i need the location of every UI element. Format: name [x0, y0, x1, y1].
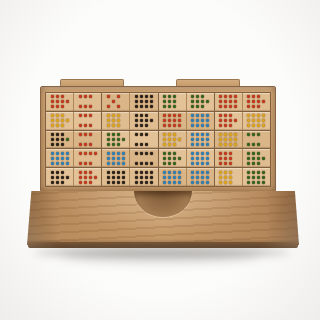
pip [257, 114, 260, 117]
pip [173, 138, 176, 141]
pip [140, 162, 143, 165]
domino-tile [215, 112, 270, 130]
pip [122, 171, 125, 174]
pip [173, 171, 176, 174]
pip [84, 181, 87, 184]
pip [229, 176, 232, 179]
pip [150, 95, 153, 98]
pip-grid [219, 133, 237, 146]
pip [66, 176, 69, 179]
pip [234, 119, 237, 122]
domino-tile [159, 112, 214, 130]
pip-empty [234, 162, 237, 165]
pip [140, 143, 143, 146]
pip [196, 143, 199, 146]
pip [168, 105, 171, 108]
pip [135, 100, 138, 103]
domino-tile [215, 168, 270, 186]
pip [178, 171, 181, 174]
pip [224, 114, 227, 117]
pip-empty [84, 157, 87, 160]
domino-half-right [186, 93, 214, 111]
pip [163, 124, 166, 127]
domino-half-right [242, 112, 270, 130]
pip [122, 138, 125, 141]
pip [201, 162, 204, 165]
pip [112, 152, 115, 155]
pip [56, 114, 59, 117]
pip [229, 119, 232, 122]
pip-empty [122, 124, 125, 127]
pip [262, 176, 265, 179]
pip-grid [51, 133, 69, 146]
pip [145, 114, 148, 117]
pip [135, 124, 138, 127]
pip [206, 162, 209, 165]
pip [56, 105, 59, 108]
pip-grid [51, 114, 69, 127]
pip [168, 157, 171, 160]
pip [219, 171, 222, 174]
pip [56, 124, 59, 127]
pip [84, 171, 87, 174]
domino-half-left [46, 131, 73, 149]
pip [168, 143, 171, 146]
pip [84, 143, 87, 146]
pip [168, 100, 171, 103]
pip [257, 95, 260, 98]
domino-tile [159, 131, 214, 149]
pip-empty [140, 138, 143, 141]
pip [196, 95, 199, 98]
domino-half-left [46, 168, 73, 186]
pip [112, 181, 115, 184]
pip-empty [122, 119, 125, 122]
pip [135, 181, 138, 184]
pip-empty [94, 138, 97, 141]
product-photo-scene [0, 0, 320, 320]
pip [140, 119, 143, 122]
pip [224, 124, 227, 127]
pip [173, 152, 176, 155]
pip [163, 181, 166, 184]
pip-empty [262, 95, 265, 98]
pip [107, 176, 110, 179]
pip [247, 176, 250, 179]
pip [201, 105, 204, 108]
domino-half-left [159, 93, 186, 111]
pip [224, 152, 227, 155]
pip [247, 133, 250, 136]
domino-half-right [129, 93, 157, 111]
pip-empty [79, 138, 82, 141]
pip [112, 100, 115, 103]
pip [51, 143, 54, 146]
pip-empty [150, 143, 153, 146]
domino-grid [45, 92, 271, 187]
pip [191, 105, 194, 108]
pip [51, 114, 54, 117]
pip [229, 100, 232, 103]
pip [140, 152, 143, 155]
pip [79, 114, 82, 117]
pip [257, 124, 260, 127]
pip-empty [94, 181, 97, 184]
pip [61, 124, 64, 127]
domino-half-right [186, 168, 214, 186]
pip [191, 162, 194, 165]
pip [252, 171, 255, 174]
domino-half-left [159, 112, 186, 130]
pip [145, 105, 148, 108]
domino-half-right [129, 149, 157, 167]
pip-empty [66, 181, 69, 184]
pip-empty [145, 157, 148, 160]
pip [61, 152, 64, 155]
domino-tile [215, 93, 270, 111]
pip [145, 100, 148, 103]
pip-grid [163, 171, 181, 184]
pip [191, 138, 194, 141]
pip [219, 114, 222, 117]
pip [229, 152, 232, 155]
pip [51, 181, 54, 184]
pip-empty [94, 157, 97, 160]
pip [56, 138, 59, 141]
pip [201, 114, 204, 117]
pip [61, 171, 64, 174]
pip-grid [51, 171, 69, 184]
pip [145, 171, 148, 174]
domino-half-right [186, 112, 214, 130]
pip-empty [79, 100, 82, 103]
pip [201, 138, 204, 141]
pip [56, 133, 59, 136]
pip [224, 143, 227, 146]
pip [252, 95, 255, 98]
pip [117, 95, 120, 98]
pip [168, 181, 171, 184]
pip [173, 157, 176, 160]
pip-empty [122, 105, 125, 108]
pip [196, 176, 199, 179]
pip-empty [122, 133, 125, 136]
pip [229, 171, 232, 174]
pip [66, 162, 69, 165]
pip [163, 157, 166, 160]
pip [56, 181, 59, 184]
pip [234, 143, 237, 146]
pip [135, 119, 138, 122]
pip-empty [135, 157, 138, 160]
pip [257, 171, 260, 174]
pip [201, 100, 204, 103]
pip [79, 133, 82, 136]
pip-empty [206, 95, 209, 98]
pip [145, 181, 148, 184]
pip [112, 157, 115, 160]
pip [252, 124, 255, 127]
pip-empty [94, 133, 97, 136]
pip [117, 181, 120, 184]
pip [262, 119, 265, 122]
pip [201, 119, 204, 122]
pip-grid [247, 133, 265, 146]
pip [196, 124, 199, 127]
pip [234, 133, 237, 136]
pip [79, 162, 82, 165]
pip [89, 176, 92, 179]
pip [173, 162, 176, 165]
domino-tile [46, 168, 101, 186]
pip [89, 162, 92, 165]
pip [173, 124, 176, 127]
pip [257, 157, 260, 160]
pip [61, 105, 64, 108]
pip [150, 171, 153, 174]
pip [117, 157, 120, 160]
pip [173, 143, 176, 146]
pip [173, 105, 176, 108]
pip [229, 143, 232, 146]
pip-empty [140, 157, 143, 160]
pip [191, 124, 194, 127]
domino-tile [46, 149, 101, 167]
pip [168, 133, 171, 136]
pip-empty [66, 143, 69, 146]
pip [145, 152, 148, 155]
pip-empty [66, 124, 69, 127]
pip [262, 100, 265, 103]
domino-half-left [102, 93, 129, 111]
pip-empty [262, 133, 265, 136]
domino-tile [102, 168, 157, 186]
pip-empty [262, 105, 265, 108]
pip [140, 105, 143, 108]
pip-empty [262, 138, 265, 141]
pip [135, 143, 138, 146]
pip [234, 95, 237, 98]
pip [173, 100, 176, 103]
pip [229, 138, 232, 141]
pip-empty [89, 157, 92, 160]
pip [257, 181, 260, 184]
pip [56, 162, 59, 165]
domino-half-right [186, 149, 214, 167]
pip [56, 152, 59, 155]
pip [107, 152, 110, 155]
pip-empty [94, 171, 97, 174]
pip [79, 105, 82, 108]
pip-grid [135, 133, 153, 146]
pip-grid [247, 152, 265, 165]
pip [206, 152, 209, 155]
pip [163, 143, 166, 146]
pip [219, 100, 222, 103]
pip [89, 152, 92, 155]
domino-half-left [159, 131, 186, 149]
pip-empty [234, 176, 237, 179]
domino-tile [102, 149, 157, 167]
pip [191, 157, 194, 160]
pip-grid [247, 114, 265, 127]
pip-empty [247, 138, 250, 141]
pip-grid [107, 95, 125, 108]
pip [201, 133, 204, 136]
pip [196, 157, 199, 160]
pip [51, 133, 54, 136]
pip [178, 138, 181, 141]
pip [168, 119, 171, 122]
pip [224, 171, 227, 174]
pip-empty [122, 100, 125, 103]
pip-grid [191, 133, 209, 146]
pip [94, 176, 97, 179]
pip [247, 100, 250, 103]
pip [163, 162, 166, 165]
pip [112, 143, 115, 146]
pip [191, 143, 194, 146]
pip [173, 95, 176, 98]
pip [206, 119, 209, 122]
pip-empty [122, 143, 125, 146]
pip [219, 105, 222, 108]
pip [150, 105, 153, 108]
pip [66, 100, 69, 103]
pip [247, 152, 250, 155]
domino-half-right [242, 93, 270, 111]
pip [257, 133, 260, 136]
pip [140, 114, 143, 117]
pip [51, 171, 54, 174]
domino-tile [102, 112, 157, 130]
pip [191, 176, 194, 179]
pip [229, 157, 232, 160]
domino-half-right [129, 168, 157, 186]
pip [168, 138, 171, 141]
pip [224, 162, 227, 165]
pip [252, 181, 255, 184]
pip [79, 171, 82, 174]
pip [219, 138, 222, 141]
pip [163, 171, 166, 174]
pip-grid [219, 114, 237, 127]
pip [178, 114, 181, 117]
pip [112, 176, 115, 179]
pip [117, 143, 120, 146]
pip [61, 119, 64, 122]
pip [173, 181, 176, 184]
pip [150, 152, 153, 155]
pip [219, 157, 222, 160]
pip [150, 162, 153, 165]
pip [51, 138, 54, 141]
pip [201, 95, 204, 98]
domino-half-right [73, 149, 101, 167]
pip-grid [135, 95, 153, 108]
pip [107, 181, 110, 184]
pip [201, 157, 204, 160]
pip [262, 114, 265, 117]
pip [61, 95, 64, 98]
pip [219, 95, 222, 98]
pip [66, 157, 69, 160]
pip [117, 162, 120, 165]
pip [247, 95, 250, 98]
pip-grid [191, 171, 209, 184]
pip [247, 143, 250, 146]
pip-grid [191, 152, 209, 165]
pip-grid [107, 171, 125, 184]
pip-empty [94, 95, 97, 98]
pip [196, 133, 199, 136]
pip [135, 114, 138, 117]
pip [252, 114, 255, 117]
pip [117, 119, 120, 122]
pip [234, 100, 237, 103]
pip [219, 143, 222, 146]
pip [112, 114, 115, 117]
pip [112, 119, 115, 122]
pip [257, 100, 260, 103]
pip [112, 124, 115, 127]
pip [56, 157, 59, 160]
pip [61, 114, 64, 117]
pip [257, 105, 260, 108]
domino-half-left [46, 149, 73, 167]
pip [163, 95, 166, 98]
pip [206, 157, 209, 160]
pip-empty [145, 138, 148, 141]
pip-empty [262, 143, 265, 146]
pip [168, 114, 171, 117]
pip [163, 176, 166, 179]
pip-grid [51, 152, 69, 165]
pip [191, 171, 194, 174]
pip [51, 105, 54, 108]
pip [196, 138, 199, 141]
pip [51, 162, 54, 165]
domino-half-right [73, 112, 101, 130]
pip [252, 176, 255, 179]
pip-empty [84, 100, 87, 103]
pip [201, 152, 204, 155]
domino-tile [159, 93, 214, 111]
pip [173, 133, 176, 136]
pip [168, 176, 171, 179]
pip [168, 95, 171, 98]
pip [140, 100, 143, 103]
pip [224, 105, 227, 108]
pip [206, 124, 209, 127]
domino-tile [159, 149, 214, 167]
pip [173, 114, 176, 117]
pip-grid [107, 152, 125, 165]
pip [173, 176, 176, 179]
domino-tile [159, 168, 214, 186]
pip [117, 124, 120, 127]
pip-empty [262, 152, 265, 155]
pip [247, 114, 250, 117]
pip [229, 181, 232, 184]
pip-empty [262, 162, 265, 165]
pip-grid [163, 114, 181, 127]
pip [79, 176, 82, 179]
pip [84, 176, 87, 179]
pip [191, 152, 194, 155]
pip [219, 176, 222, 179]
pip [112, 171, 115, 174]
